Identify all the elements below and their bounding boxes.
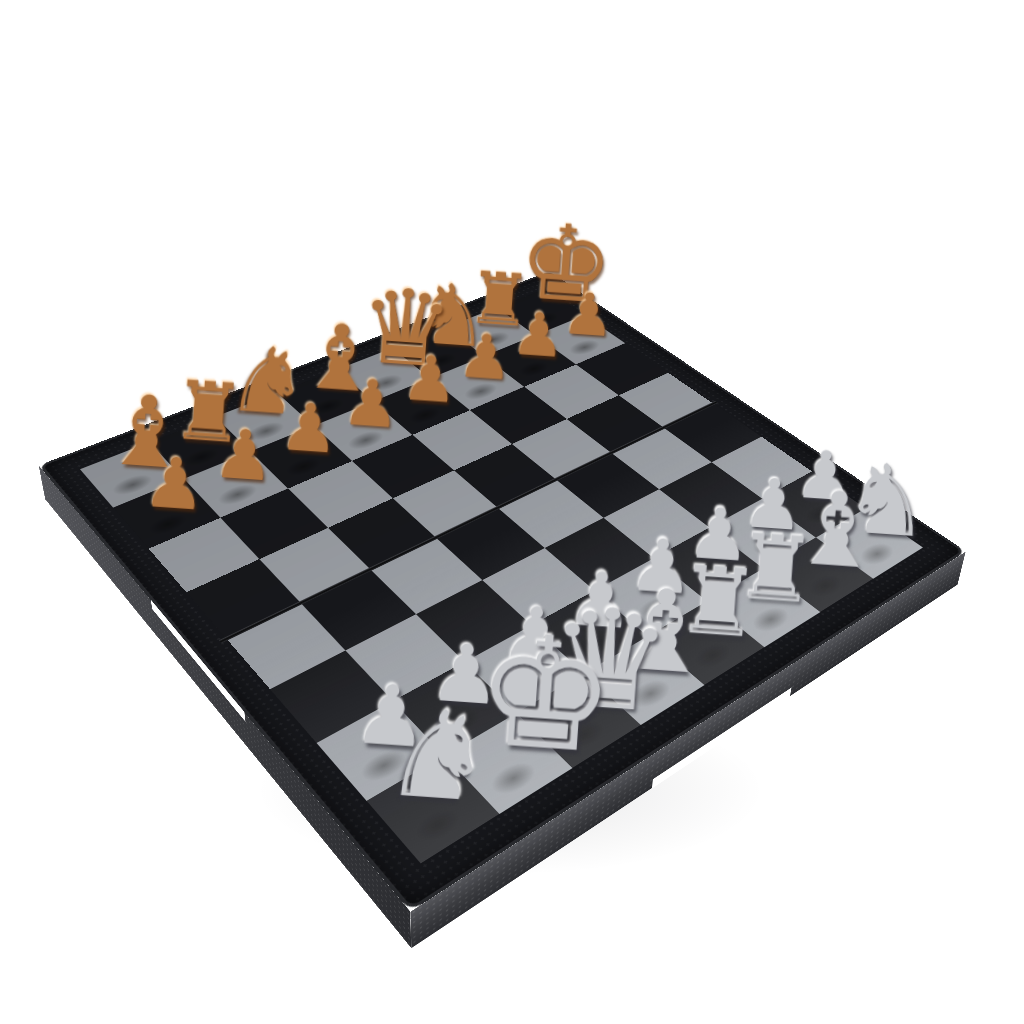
chess-board: ♝♜♞♝♛♞♜♚♟♟♟♟♟♟♟♟♟♟♟♟♟♟♟♟♞♚♛♝♜♜♝♞ (80, 289, 923, 864)
piece-bronze-pawn-a7[interactable]: ♟ (134, 446, 216, 521)
piece-silver-knight-a1[interactable]: ♞ (394, 692, 497, 820)
product-photo-scene: ♝♜♞♝♛♞♜♚♟♟♟♟♟♟♟♟♟♟♟♟♟♟♟♟♞♚♛♝♜♜♝♞ (0, 0, 1024, 1024)
piece-bronze-pawn-b7[interactable]: ♟ (204, 419, 284, 492)
square-a1[interactable]: ♞ (367, 755, 500, 863)
